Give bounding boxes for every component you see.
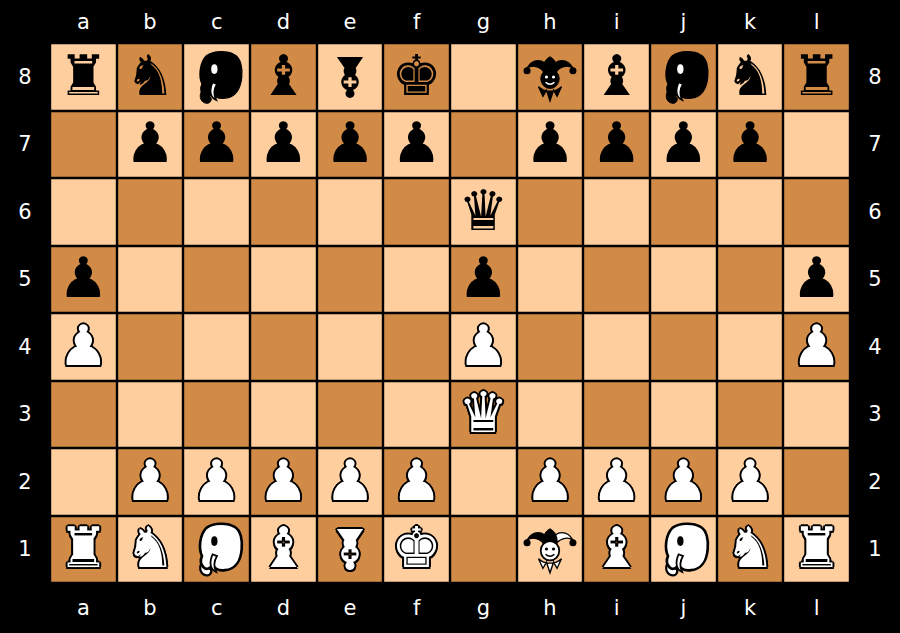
square-a1[interactable]: ♜ — [50, 516, 117, 584]
square-j5[interactable] — [650, 246, 717, 314]
rank-label-right-3: 3 — [850, 381, 900, 449]
rank-label-left-8: 8 — [0, 43, 50, 111]
square-a7[interactable] — [50, 111, 117, 179]
square-k8[interactable]: ♞ — [717, 43, 784, 111]
file-label-bottom-h: h — [517, 583, 584, 633]
square-a4[interactable]: ♟ — [50, 313, 117, 381]
square-j1[interactable] — [650, 516, 717, 584]
square-d8[interactable]: ♝ — [250, 43, 317, 111]
square-b1[interactable]: ♞ — [117, 516, 184, 584]
file-label-bottom-d: d — [250, 583, 317, 633]
file-labels-top: abcdefghijkl — [50, 0, 850, 43]
rank-label-right-4: 4 — [850, 313, 900, 381]
file-label-top-l: l — [783, 0, 850, 43]
square-l8[interactable]: ♜ — [783, 43, 850, 111]
piece-black-rook: ♜ — [50, 43, 117, 111]
rank-label-left-1: 1 — [0, 516, 50, 584]
square-h1[interactable] — [517, 516, 584, 584]
elephant-icon — [187, 519, 247, 579]
square-b3[interactable] — [117, 381, 184, 449]
rank-label-left-6: 6 — [0, 178, 50, 246]
square-k6[interactable] — [717, 178, 784, 246]
piece-black-rook: ♜ — [783, 43, 850, 111]
file-label-bottom-a: a — [50, 583, 117, 633]
piece-white-elephant-alfil — [183, 516, 250, 584]
piece-black-pawn: ♟ — [317, 111, 384, 179]
piece-black-pawn: ♟ — [50, 246, 117, 314]
file-label-top-j: j — [650, 0, 717, 43]
square-h6[interactable] — [517, 178, 584, 246]
file-label-bottom-l: l — [783, 583, 850, 633]
piece-white-pawn: ♟ — [317, 448, 384, 516]
square-g2[interactable] — [450, 448, 517, 516]
square-d6[interactable] — [250, 178, 317, 246]
file-labels-bottom: abcdefghijkl — [50, 583, 850, 633]
rank-label-left-3: 3 — [0, 381, 50, 449]
piece-white-bishop-courier: ♝ — [583, 516, 650, 584]
square-k3[interactable] — [717, 381, 784, 449]
file-label-bottom-i: i — [583, 583, 650, 633]
rank-label-right-7: 7 — [850, 111, 900, 179]
file-label-bottom-c: c — [183, 583, 250, 633]
square-g6[interactable]: ♛ — [450, 178, 517, 246]
square-c5[interactable] — [183, 246, 250, 314]
piece-white-mann: ♝ — [317, 516, 384, 584]
square-l7[interactable] — [783, 111, 850, 179]
piece-white-pawn: ♟ — [183, 448, 250, 516]
square-c4[interactable] — [183, 313, 250, 381]
square-j2[interactable]: ♟ — [650, 448, 717, 516]
square-h3[interactable] — [517, 381, 584, 449]
square-d3[interactable] — [250, 381, 317, 449]
rank-label-right-1: 1 — [850, 516, 900, 584]
square-e8[interactable]: ♝ — [317, 43, 384, 111]
square-d5[interactable] — [250, 246, 317, 314]
piece-black-pawn: ♟ — [583, 111, 650, 179]
piece-white-pawn: ♟ — [650, 448, 717, 516]
square-a8[interactable]: ♜ — [50, 43, 117, 111]
square-k2[interactable]: ♟ — [717, 448, 784, 516]
square-b2[interactable]: ♟ — [117, 448, 184, 516]
file-label-bottom-k: k — [717, 583, 784, 633]
file-label-top-c: c — [183, 0, 250, 43]
square-k1[interactable]: ♞ — [717, 516, 784, 584]
file-label-bottom-f: f — [383, 583, 450, 633]
square-c3[interactable] — [183, 381, 250, 449]
square-g8[interactable] — [450, 43, 517, 111]
rank-label-right-5: 5 — [850, 246, 900, 314]
piece-black-pawn: ♟ — [517, 111, 584, 179]
piece-white-schleich-jester — [517, 516, 584, 584]
square-b4[interactable] — [117, 313, 184, 381]
file-label-top-a: a — [50, 0, 117, 43]
rank-label-right-8: 8 — [850, 43, 900, 111]
square-a6[interactable] — [50, 178, 117, 246]
rank-label-left-5: 5 — [0, 246, 50, 314]
rank-labels-left: 87654321 — [0, 43, 50, 583]
square-i8[interactable]: ♝ — [583, 43, 650, 111]
square-d1[interactable]: ♝ — [250, 516, 317, 584]
square-j7[interactable]: ♟ — [650, 111, 717, 179]
square-j3[interactable] — [650, 381, 717, 449]
file-label-bottom-e: e — [317, 583, 384, 633]
piece-black-pawn: ♟ — [117, 111, 184, 179]
piece-black-pawn: ♟ — [650, 111, 717, 179]
piece-black-king: ♚ — [383, 43, 450, 111]
square-c8[interactable] — [183, 43, 250, 111]
piece-white-rook: ♜ — [783, 516, 850, 584]
square-h5[interactable] — [517, 246, 584, 314]
piece-white-pawn: ♟ — [250, 448, 317, 516]
rank-label-left-2: 2 — [0, 448, 50, 516]
square-h4[interactable] — [517, 313, 584, 381]
file-label-top-i: i — [583, 0, 650, 43]
file-label-top-d: d — [250, 0, 317, 43]
square-i5[interactable] — [583, 246, 650, 314]
piece-black-pawn: ♟ — [450, 246, 517, 314]
piece-black-pawn: ♟ — [383, 111, 450, 179]
piece-black-pawn: ♟ — [183, 111, 250, 179]
file-label-bottom-j: j — [650, 583, 717, 633]
jester-icon — [520, 519, 580, 579]
square-c1[interactable] — [183, 516, 250, 584]
square-j8[interactable] — [650, 43, 717, 111]
square-d2[interactable]: ♟ — [250, 448, 317, 516]
square-g7[interactable] — [450, 111, 517, 179]
piece-black-pawn: ♟ — [783, 246, 850, 314]
square-a2[interactable] — [50, 448, 117, 516]
square-f2[interactable]: ♟ — [383, 448, 450, 516]
piece-white-pawn: ♟ — [383, 448, 450, 516]
piece-white-pawn: ♟ — [117, 448, 184, 516]
square-i3[interactable] — [583, 381, 650, 449]
file-label-top-b: b — [117, 0, 184, 43]
rank-label-right-2: 2 — [850, 448, 900, 516]
piece-black-bishop-courier: ♝ — [583, 43, 650, 111]
square-b8[interactable]: ♞ — [117, 43, 184, 111]
square-k7[interactable]: ♟ — [717, 111, 784, 179]
square-g5[interactable]: ♟ — [450, 246, 517, 314]
square-i7[interactable]: ♟ — [583, 111, 650, 179]
square-b5[interactable] — [117, 246, 184, 314]
square-f4[interactable] — [383, 313, 450, 381]
piece-black-queen-fers: ♛ — [450, 178, 517, 246]
file-label-top-e: e — [317, 0, 384, 43]
square-l2[interactable] — [783, 448, 850, 516]
jester-icon — [520, 47, 580, 107]
piece-black-elephant-alfil — [650, 43, 717, 111]
square-e6[interactable] — [317, 178, 384, 246]
file-label-top-k: k — [717, 0, 784, 43]
square-j4[interactable] — [650, 313, 717, 381]
piece-white-pawn: ♟ — [517, 448, 584, 516]
square-g3[interactable]: ♛ — [450, 381, 517, 449]
square-a3[interactable] — [50, 381, 117, 449]
square-e5[interactable] — [317, 246, 384, 314]
square-e2[interactable]: ♟ — [317, 448, 384, 516]
piece-white-queen-fers: ♛ — [450, 381, 517, 449]
file-label-top-f: f — [383, 0, 450, 43]
square-l6[interactable] — [783, 178, 850, 246]
square-b7[interactable]: ♟ — [117, 111, 184, 179]
square-l1[interactable]: ♜ — [783, 516, 850, 584]
square-e4[interactable] — [317, 313, 384, 381]
square-f5[interactable] — [383, 246, 450, 314]
piece-white-pawn: ♟ — [50, 313, 117, 381]
rank-label-right-6: 6 — [850, 178, 900, 246]
square-c6[interactable] — [183, 178, 250, 246]
square-i6[interactable] — [583, 178, 650, 246]
square-i4[interactable] — [583, 313, 650, 381]
piece-white-pawn: ♟ — [717, 448, 784, 516]
square-h7[interactable]: ♟ — [517, 111, 584, 179]
piece-white-pawn: ♟ — [450, 313, 517, 381]
square-h8[interactable] — [517, 43, 584, 111]
rank-label-left-7: 7 — [0, 111, 50, 179]
piece-white-pawn: ♟ — [583, 448, 650, 516]
square-k4[interactable] — [717, 313, 784, 381]
piece-black-elephant-alfil — [183, 43, 250, 111]
rank-label-left-4: 4 — [0, 313, 50, 381]
square-f7[interactable]: ♟ — [383, 111, 450, 179]
piece-black-knight: ♞ — [717, 43, 784, 111]
square-k5[interactable] — [717, 246, 784, 314]
piece-black-schleich-jester — [517, 43, 584, 111]
square-g1[interactable] — [450, 516, 517, 584]
piece-white-pawn: ♟ — [783, 313, 850, 381]
square-e3[interactable] — [317, 381, 384, 449]
square-l3[interactable] — [783, 381, 850, 449]
square-f6[interactable] — [383, 178, 450, 246]
piece-black-knight: ♞ — [117, 43, 184, 111]
page: { "game": { "name": "Courier chess", "bo… — [0, 0, 900, 633]
square-l4[interactable]: ♟ — [783, 313, 850, 381]
piece-black-bishop-courier: ♝ — [250, 43, 317, 111]
file-label-top-h: h — [517, 0, 584, 43]
square-h2[interactable]: ♟ — [517, 448, 584, 516]
square-j6[interactable] — [650, 178, 717, 246]
piece-black-mann: ♝ — [317, 43, 384, 111]
piece-white-bishop-courier: ♝ — [250, 516, 317, 584]
piece-white-elephant-alfil — [650, 516, 717, 584]
rank-labels-right: 87654321 — [850, 43, 900, 583]
piece-white-knight: ♞ — [717, 516, 784, 584]
elephant-icon — [653, 519, 713, 579]
board: ♜♞♝♝♚♝♞♜♟♟♟♟♟♟♟♟♟♛♟♟♟♟♟♟♛♟♟♟♟♟♟♟♟♟♜♞♝♝♚♝… — [50, 43, 850, 583]
square-i1[interactable]: ♝ — [583, 516, 650, 584]
square-e1[interactable]: ♝ — [317, 516, 384, 584]
file-label-top-g: g — [450, 0, 517, 43]
square-f8[interactable]: ♚ — [383, 43, 450, 111]
piece-white-king: ♚ — [383, 516, 450, 584]
piece-white-rook: ♜ — [50, 516, 117, 584]
piece-white-knight: ♞ — [117, 516, 184, 584]
square-f1[interactable]: ♚ — [383, 516, 450, 584]
elephant-icon — [187, 47, 247, 107]
square-e7[interactable]: ♟ — [317, 111, 384, 179]
square-c2[interactable]: ♟ — [183, 448, 250, 516]
square-c7[interactable]: ♟ — [183, 111, 250, 179]
square-b6[interactable] — [117, 178, 184, 246]
piece-black-pawn: ♟ — [250, 111, 317, 179]
square-l5[interactable]: ♟ — [783, 246, 850, 314]
file-label-bottom-b: b — [117, 583, 184, 633]
square-d4[interactable] — [250, 313, 317, 381]
elephant-icon — [653, 47, 713, 107]
square-a5[interactable]: ♟ — [50, 246, 117, 314]
square-d7[interactable]: ♟ — [250, 111, 317, 179]
piece-black-pawn: ♟ — [717, 111, 784, 179]
square-g4[interactable]: ♟ — [450, 313, 517, 381]
square-f3[interactable] — [383, 381, 450, 449]
square-i2[interactable]: ♟ — [583, 448, 650, 516]
file-label-bottom-g: g — [450, 583, 517, 633]
